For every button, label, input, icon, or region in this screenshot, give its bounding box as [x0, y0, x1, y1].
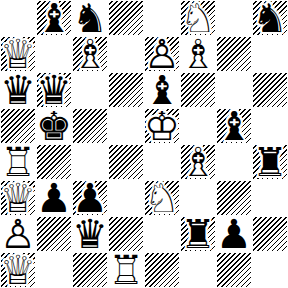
- square-d4[interactable]: [108, 144, 144, 180]
- piece-halo: ♞: [144, 180, 180, 216]
- square-d3[interactable]: [108, 180, 144, 216]
- square-e8[interactable]: [144, 0, 180, 36]
- square-b3[interactable]: ♟♟: [36, 180, 72, 216]
- piece-halo: ♞: [72, 0, 108, 36]
- piece-black-queen-icon[interactable]: ♛: [0, 72, 36, 108]
- piece-black-rook-icon[interactable]: ♜: [180, 216, 216, 252]
- piece-white-queen-icon[interactable]: ♕: [0, 36, 36, 72]
- square-f8[interactable]: ♞♘: [180, 0, 216, 36]
- square-d6[interactable]: [108, 72, 144, 108]
- square-e2[interactable]: [144, 216, 180, 252]
- piece-white-bishop-icon[interactable]: ♗: [180, 144, 216, 180]
- square-g1[interactable]: [216, 252, 252, 288]
- piece-black-queen-icon[interactable]: ♛: [72, 216, 108, 252]
- square-c1[interactable]: [72, 252, 108, 288]
- square-a2[interactable]: ♟♙: [0, 216, 36, 252]
- piece-white-king-icon[interactable]: ♔: [144, 108, 180, 144]
- piece-white-rook-icon[interactable]: ♖: [108, 252, 144, 288]
- piece-halo: ♟: [36, 180, 72, 216]
- piece-black-pawn-icon[interactable]: ♟: [216, 216, 252, 252]
- piece-white-bishop-icon[interactable]: ♗: [72, 36, 108, 72]
- square-g7[interactable]: [216, 36, 252, 72]
- square-f3[interactable]: [180, 180, 216, 216]
- square-h7[interactable]: [252, 36, 288, 72]
- square-h8[interactable]: ♞♞: [252, 0, 288, 36]
- square-a6[interactable]: ♛♛: [0, 72, 36, 108]
- square-e5[interactable]: ♚♔: [144, 108, 180, 144]
- square-g5[interactable]: ♝♝: [216, 108, 252, 144]
- piece-black-knight-icon[interactable]: ♞: [252, 0, 288, 36]
- piece-halo: ♝: [72, 36, 108, 72]
- square-c7[interactable]: ♝♗: [72, 36, 108, 72]
- square-c5[interactable]: [72, 108, 108, 144]
- piece-halo: ♛: [72, 216, 108, 252]
- square-f6[interactable]: [180, 72, 216, 108]
- square-a4[interactable]: ♜♖: [0, 144, 36, 180]
- piece-halo: ♛: [36, 72, 72, 108]
- piece-halo: ♜: [108, 252, 144, 288]
- piece-black-bishop-icon[interactable]: ♝: [216, 108, 252, 144]
- piece-halo: ♝: [180, 144, 216, 180]
- square-h3[interactable]: [252, 180, 288, 216]
- piece-halo: ♟: [0, 216, 36, 252]
- piece-halo: ♛: [0, 72, 36, 108]
- piece-black-knight-icon[interactable]: ♞: [72, 0, 108, 36]
- piece-halo: ♝: [144, 72, 180, 108]
- square-b7[interactable]: [36, 36, 72, 72]
- piece-white-pawn-icon[interactable]: ♙: [144, 36, 180, 72]
- square-c4[interactable]: [72, 144, 108, 180]
- square-f4[interactable]: ♝♗: [180, 144, 216, 180]
- piece-halo: ♞: [180, 0, 216, 36]
- piece-halo: ♜: [252, 144, 288, 180]
- piece-black-queen-icon[interactable]: ♛: [36, 72, 72, 108]
- piece-halo: ♝: [36, 0, 72, 36]
- square-c2[interactable]: ♛♛: [72, 216, 108, 252]
- piece-black-bishop-icon[interactable]: ♝: [36, 0, 72, 36]
- piece-black-pawn-icon[interactable]: ♟: [36, 180, 72, 216]
- piece-halo: ♟: [216, 216, 252, 252]
- piece-black-rook-icon[interactable]: ♜: [252, 144, 288, 180]
- piece-white-queen-icon[interactable]: ♕: [0, 252, 36, 288]
- square-e1[interactable]: [144, 252, 180, 288]
- piece-halo: ♞: [252, 0, 288, 36]
- square-g2[interactable]: ♟♟: [216, 216, 252, 252]
- square-c3[interactable]: ♟♟: [72, 180, 108, 216]
- square-g3[interactable]: [216, 180, 252, 216]
- square-e6[interactable]: ♝♝: [144, 72, 180, 108]
- square-e4[interactable]: [144, 144, 180, 180]
- square-a5[interactable]: [0, 108, 36, 144]
- square-f2[interactable]: ♜♜: [180, 216, 216, 252]
- square-e7[interactable]: ♟♙: [144, 36, 180, 72]
- square-b5[interactable]: ♚♚: [36, 108, 72, 144]
- square-h4[interactable]: ♜♜: [252, 144, 288, 180]
- piece-black-pawn-icon[interactable]: ♟: [72, 180, 108, 216]
- piece-halo: ♟: [72, 180, 108, 216]
- piece-halo: ♜: [180, 216, 216, 252]
- square-e3[interactable]: ♞♘: [144, 180, 180, 216]
- square-b1[interactable]: [36, 252, 72, 288]
- piece-black-bishop-icon[interactable]: ♝: [144, 72, 180, 108]
- square-g6[interactable]: [216, 72, 252, 108]
- square-f5[interactable]: [180, 108, 216, 144]
- square-b6[interactable]: ♛♛: [36, 72, 72, 108]
- square-a1[interactable]: ♛♕: [0, 252, 36, 288]
- piece-halo: ♛: [0, 180, 36, 216]
- piece-white-pawn-icon[interactable]: ♙: [0, 216, 36, 252]
- piece-halo: ♝: [216, 108, 252, 144]
- square-d7[interactable]: [108, 36, 144, 72]
- square-c6[interactable]: [72, 72, 108, 108]
- piece-white-knight-icon[interactable]: ♘: [144, 180, 180, 216]
- square-d2[interactable]: [108, 216, 144, 252]
- square-f7[interactable]: ♝♗: [180, 36, 216, 72]
- square-h6[interactable]: [252, 72, 288, 108]
- piece-white-queen-icon[interactable]: ♕: [0, 180, 36, 216]
- piece-halo: ♛: [0, 252, 36, 288]
- piece-halo: ♚: [36, 108, 72, 144]
- piece-white-knight-icon[interactable]: ♘: [180, 0, 216, 36]
- square-b8[interactable]: ♝♝: [36, 0, 72, 36]
- square-b4[interactable]: [36, 144, 72, 180]
- square-d8[interactable]: [108, 0, 144, 36]
- chess-board: ♝♝♞♞♞♘♞♞♛♕♝♗♟♙♝♗♛♛♛♛♝♝♚♚♚♔♝♝♜♖♝♗♜♜♛♕♟♟♟♟…: [0, 0, 288, 288]
- piece-halo: ♝: [180, 36, 216, 72]
- square-g8[interactable]: [216, 0, 252, 36]
- square-a8[interactable]: [0, 0, 36, 36]
- square-h1[interactable]: [252, 252, 288, 288]
- piece-white-bishop-icon[interactable]: ♗: [180, 36, 216, 72]
- piece-halo: ♚: [144, 108, 180, 144]
- piece-halo: ♟: [144, 36, 180, 72]
- piece-black-king-icon[interactable]: ♚: [36, 108, 72, 144]
- square-h2[interactable]: [252, 216, 288, 252]
- piece-white-rook-icon[interactable]: ♖: [0, 144, 36, 180]
- square-f1[interactable]: [180, 252, 216, 288]
- square-a3[interactable]: ♛♕: [0, 180, 36, 216]
- piece-halo: ♜: [0, 144, 36, 180]
- square-d1[interactable]: ♜♖: [108, 252, 144, 288]
- square-g4[interactable]: [216, 144, 252, 180]
- square-b2[interactable]: [36, 216, 72, 252]
- square-c8[interactable]: ♞♞: [72, 0, 108, 36]
- square-h5[interactable]: [252, 108, 288, 144]
- square-a7[interactable]: ♛♕: [0, 36, 36, 72]
- square-d5[interactable]: [108, 108, 144, 144]
- piece-halo: ♛: [0, 36, 36, 72]
